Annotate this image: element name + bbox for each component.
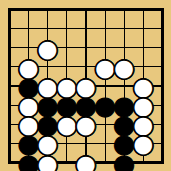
- white-stone[interactable]: ●: [115, 57, 134, 76]
- white-stone[interactable]: ●: [57, 115, 76, 134]
- empty-intersection[interactable]: [38, 0, 57, 19]
- empty-intersection[interactable]: [19, 19, 38, 38]
- intersection[interactable]: ●: [115, 57, 134, 76]
- empty-intersection[interactable]: [96, 0, 115, 19]
- empty-intersection[interactable]: [57, 0, 76, 19]
- empty-intersection[interactable]: [0, 134, 19, 153]
- empty-intersection[interactable]: [0, 19, 19, 38]
- intersection[interactable]: ●: [134, 134, 153, 153]
- stones-layer: ●●●●●●●●●●●●●●●●●●●●●●●●●●●●●●: [0, 0, 171, 171]
- empty-intersection[interactable]: [153, 19, 171, 38]
- empty-intersection[interactable]: [57, 134, 76, 153]
- empty-intersection[interactable]: [153, 77, 171, 96]
- empty-intersection[interactable]: [153, 153, 171, 171]
- empty-intersection[interactable]: [96, 115, 115, 134]
- intersection[interactable]: ●: [96, 57, 115, 76]
- empty-intersection[interactable]: [96, 134, 115, 153]
- empty-intersection[interactable]: [0, 96, 19, 115]
- empty-intersection[interactable]: [134, 38, 153, 57]
- intersection[interactable]: ●: [96, 96, 115, 115]
- empty-intersection[interactable]: [77, 0, 96, 19]
- empty-intersection[interactable]: [153, 96, 171, 115]
- empty-intersection[interactable]: [153, 115, 171, 134]
- empty-intersection[interactable]: [0, 57, 19, 76]
- empty-intersection[interactable]: [96, 153, 115, 171]
- empty-intersection[interactable]: [153, 38, 171, 57]
- intersection[interactable]: ●: [115, 153, 134, 171]
- empty-intersection[interactable]: [0, 77, 19, 96]
- empty-intersection[interactable]: [57, 38, 76, 57]
- empty-intersection[interactable]: [0, 153, 19, 171]
- empty-intersection[interactable]: [57, 153, 76, 171]
- black-stone[interactable]: ●: [115, 153, 134, 171]
- empty-intersection[interactable]: [96, 19, 115, 38]
- intersection[interactable]: ●: [38, 153, 57, 171]
- empty-intersection[interactable]: [57, 19, 76, 38]
- empty-intersection[interactable]: [153, 57, 171, 76]
- empty-intersection[interactable]: [115, 19, 134, 38]
- white-stone[interactable]: ●: [96, 57, 115, 76]
- black-stone[interactable]: ●: [19, 153, 38, 171]
- empty-intersection[interactable]: [153, 134, 171, 153]
- intersection[interactable]: ●: [77, 153, 96, 171]
- white-stone[interactable]: ●: [77, 153, 96, 171]
- go-board[interactable]: ●●●●●●●●●●●●●●●●●●●●●●●●●●●●●●: [0, 0, 171, 171]
- empty-intersection[interactable]: [0, 115, 19, 134]
- white-stone[interactable]: ●: [134, 134, 153, 153]
- empty-intersection[interactable]: [77, 38, 96, 57]
- empty-intersection[interactable]: [0, 0, 19, 19]
- intersection[interactable]: ●: [38, 38, 57, 57]
- white-stone[interactable]: ●: [38, 153, 57, 171]
- empty-intersection[interactable]: [153, 0, 171, 19]
- empty-intersection[interactable]: [134, 19, 153, 38]
- empty-intersection[interactable]: [134, 0, 153, 19]
- intersection[interactable]: ●: [57, 115, 76, 134]
- empty-intersection[interactable]: [134, 153, 153, 171]
- empty-intersection[interactable]: [0, 38, 19, 57]
- intersection[interactable]: ●: [77, 115, 96, 134]
- empty-intersection[interactable]: [19, 0, 38, 19]
- empty-intersection[interactable]: [115, 0, 134, 19]
- white-stone[interactable]: ●: [38, 38, 57, 57]
- white-stone[interactable]: ●: [77, 115, 96, 134]
- black-stone[interactable]: ●: [96, 96, 115, 115]
- intersection[interactable]: ●: [19, 153, 38, 171]
- go-board-diagram: ●●●●●●●●●●●●●●●●●●●●●●●●●●●●●●: [0, 0, 171, 171]
- empty-intersection[interactable]: [77, 19, 96, 38]
